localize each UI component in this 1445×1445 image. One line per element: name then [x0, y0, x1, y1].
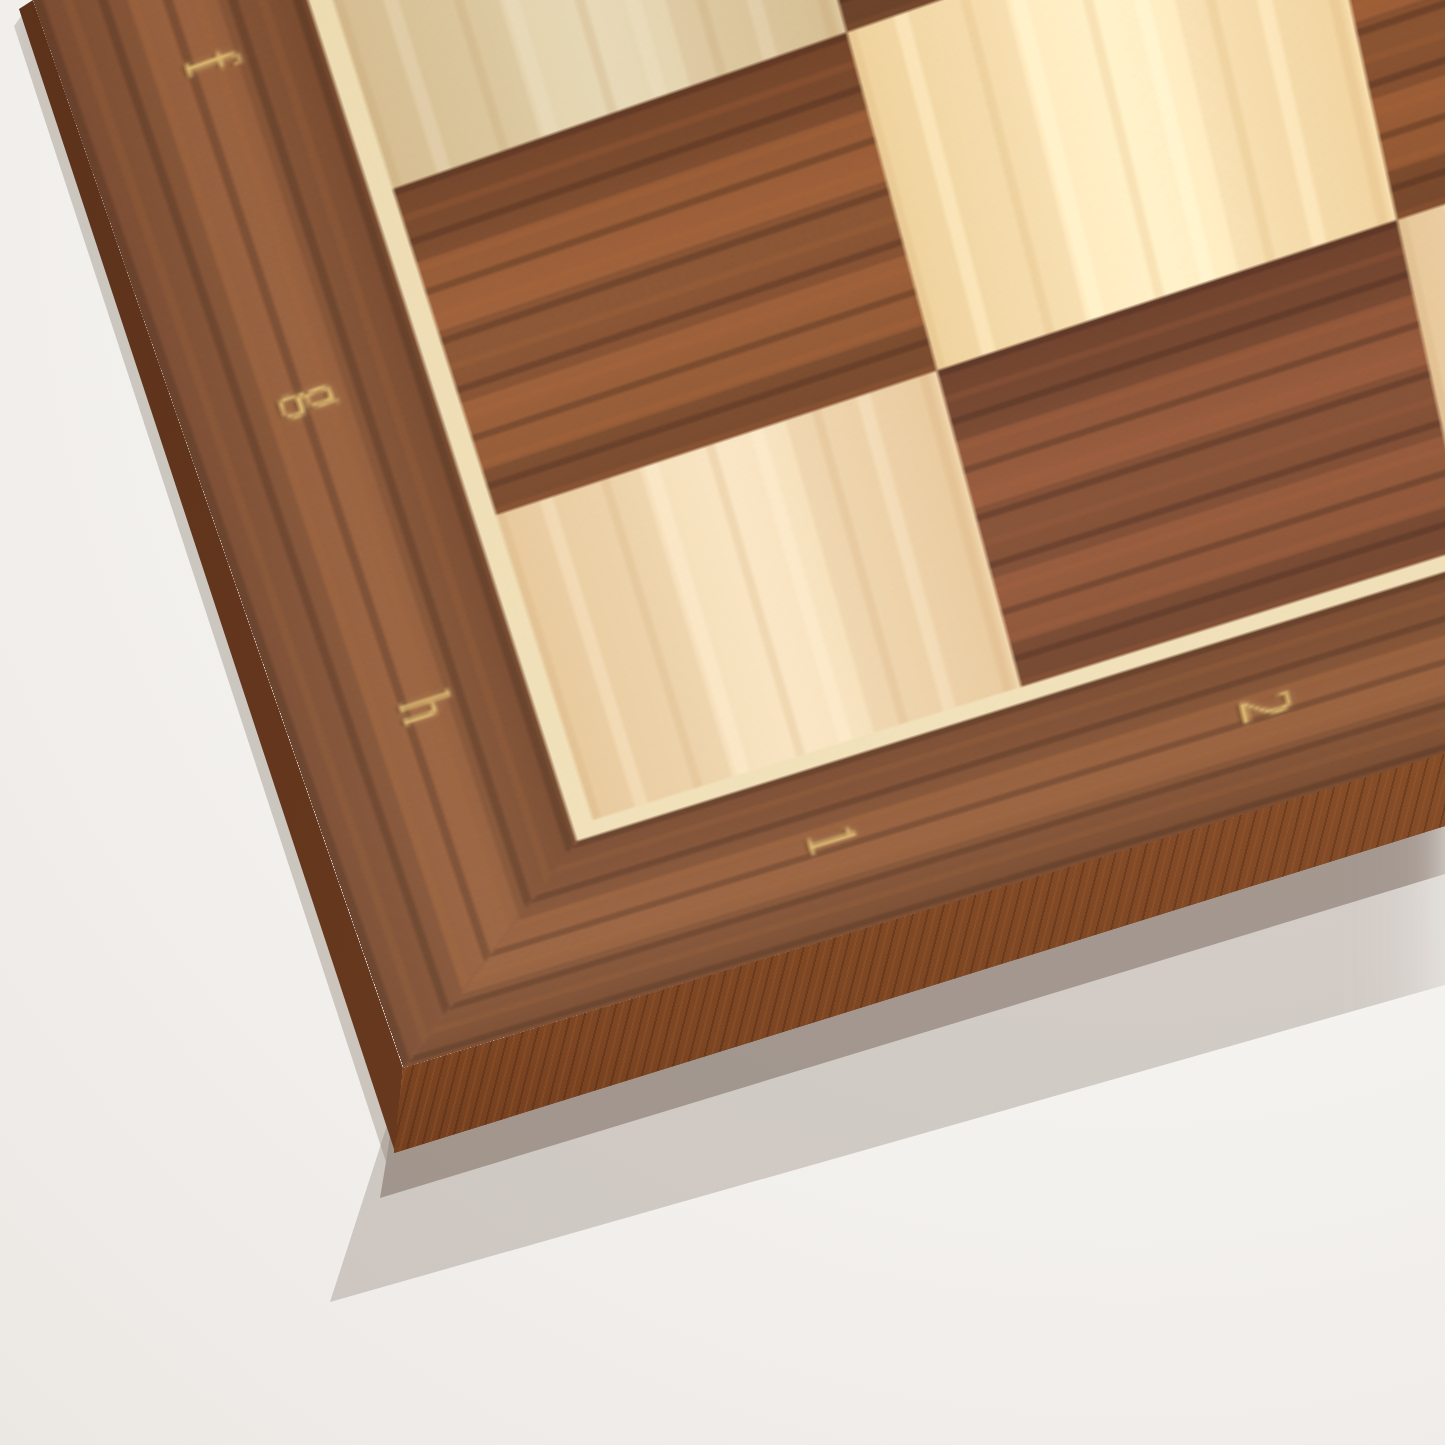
chess-board: a1b2c3d4e5f6g7h8 [0, 0, 1445, 1068]
lighting-sheen [0, 0, 1445, 1068]
photo-scene: a1b2c3d4e5f6g7h8 [0, 0, 1445, 1445]
